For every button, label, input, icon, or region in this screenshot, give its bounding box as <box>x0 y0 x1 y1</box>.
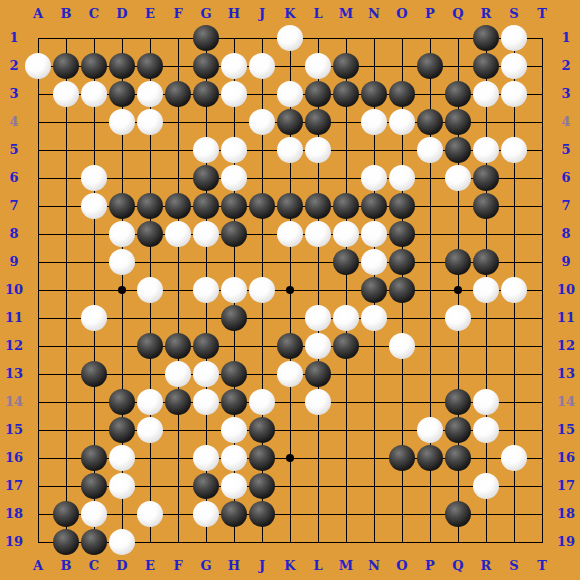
intersection-G13[interactable] <box>192 360 220 388</box>
intersection-C8[interactable] <box>80 220 108 248</box>
intersection-E18[interactable] <box>136 500 164 528</box>
intersection-M3[interactable] <box>332 80 360 108</box>
intersection-O3[interactable] <box>388 80 416 108</box>
intersection-N16[interactable] <box>360 444 388 472</box>
intersection-A13[interactable] <box>24 360 52 388</box>
intersection-S1[interactable] <box>500 24 528 52</box>
intersection-J7[interactable] <box>248 192 276 220</box>
intersection-K16[interactable] <box>276 444 304 472</box>
intersection-D14[interactable] <box>108 388 136 416</box>
intersection-Q9[interactable] <box>444 248 472 276</box>
intersection-K1[interactable] <box>276 24 304 52</box>
intersection-C10[interactable] <box>80 276 108 304</box>
intersection-C12[interactable] <box>80 332 108 360</box>
intersection-L1[interactable] <box>304 24 332 52</box>
intersection-P10[interactable] <box>416 276 444 304</box>
intersection-E2[interactable] <box>136 52 164 80</box>
intersection-J15[interactable] <box>248 416 276 444</box>
intersection-B1[interactable] <box>52 24 80 52</box>
intersection-E11[interactable] <box>136 304 164 332</box>
intersection-K15[interactable] <box>276 416 304 444</box>
intersection-N10[interactable] <box>360 276 388 304</box>
intersection-R13[interactable] <box>472 360 500 388</box>
intersection-G4[interactable] <box>192 108 220 136</box>
intersection-N2[interactable] <box>360 52 388 80</box>
intersection-R3[interactable] <box>472 80 500 108</box>
intersection-K5[interactable] <box>276 136 304 164</box>
intersection-F3[interactable] <box>164 80 192 108</box>
intersection-B8[interactable] <box>52 220 80 248</box>
intersection-S3[interactable] <box>500 80 528 108</box>
intersection-H18[interactable] <box>220 500 248 528</box>
intersection-N3[interactable] <box>360 80 388 108</box>
intersection-N11[interactable] <box>360 304 388 332</box>
intersection-J11[interactable] <box>248 304 276 332</box>
intersection-R12[interactable] <box>472 332 500 360</box>
intersection-G2[interactable] <box>192 52 220 80</box>
intersection-H3[interactable] <box>220 80 248 108</box>
intersection-Q16[interactable] <box>444 444 472 472</box>
intersection-A6[interactable] <box>24 164 52 192</box>
intersection-L10[interactable] <box>304 276 332 304</box>
intersection-G3[interactable] <box>192 80 220 108</box>
intersection-M13[interactable] <box>332 360 360 388</box>
intersection-J14[interactable] <box>248 388 276 416</box>
intersection-Q1[interactable] <box>444 24 472 52</box>
intersection-M15[interactable] <box>332 416 360 444</box>
intersection-O14[interactable] <box>388 388 416 416</box>
intersection-N17[interactable] <box>360 472 388 500</box>
intersection-H4[interactable] <box>220 108 248 136</box>
intersection-O8[interactable] <box>388 220 416 248</box>
intersection-Q12[interactable] <box>444 332 472 360</box>
intersection-B12[interactable] <box>52 332 80 360</box>
intersection-H1[interactable] <box>220 24 248 52</box>
intersection-M11[interactable] <box>332 304 360 332</box>
intersection-L15[interactable] <box>304 416 332 444</box>
intersection-P16[interactable] <box>416 444 444 472</box>
intersection-K10[interactable] <box>276 276 304 304</box>
intersection-P11[interactable] <box>416 304 444 332</box>
intersection-P12[interactable] <box>416 332 444 360</box>
intersection-L7[interactable] <box>304 192 332 220</box>
intersection-Q11[interactable] <box>444 304 472 332</box>
intersection-K6[interactable] <box>276 164 304 192</box>
intersection-L4[interactable] <box>304 108 332 136</box>
intersection-C9[interactable] <box>80 248 108 276</box>
intersection-A17[interactable] <box>24 472 52 500</box>
intersection-M14[interactable] <box>332 388 360 416</box>
intersection-J18[interactable] <box>248 500 276 528</box>
intersection-M6[interactable] <box>332 164 360 192</box>
intersection-C11[interactable] <box>80 304 108 332</box>
intersection-B9[interactable] <box>52 248 80 276</box>
intersection-F12[interactable] <box>164 332 192 360</box>
intersection-D5[interactable] <box>108 136 136 164</box>
intersection-D17[interactable] <box>108 472 136 500</box>
intersection-B18[interactable] <box>52 500 80 528</box>
intersection-G8[interactable] <box>192 220 220 248</box>
intersection-N7[interactable] <box>360 192 388 220</box>
intersection-M1[interactable] <box>332 24 360 52</box>
intersection-S7[interactable] <box>500 192 528 220</box>
intersection-G15[interactable] <box>192 416 220 444</box>
intersection-A10[interactable] <box>24 276 52 304</box>
intersection-E7[interactable] <box>136 192 164 220</box>
intersection-P6[interactable] <box>416 164 444 192</box>
intersection-S15[interactable] <box>500 416 528 444</box>
intersection-C18[interactable] <box>80 500 108 528</box>
intersection-P4[interactable] <box>416 108 444 136</box>
intersection-A15[interactable] <box>24 416 52 444</box>
intersection-D10[interactable] <box>108 276 136 304</box>
intersection-M18[interactable] <box>332 500 360 528</box>
intersection-H2[interactable] <box>220 52 248 80</box>
intersection-H11[interactable] <box>220 304 248 332</box>
intersection-N8[interactable] <box>360 220 388 248</box>
intersection-C13[interactable] <box>80 360 108 388</box>
intersection-B10[interactable] <box>52 276 80 304</box>
intersection-O9[interactable] <box>388 248 416 276</box>
intersection-G12[interactable] <box>192 332 220 360</box>
intersection-S14[interactable] <box>500 388 528 416</box>
intersection-B15[interactable] <box>52 416 80 444</box>
intersection-H14[interactable] <box>220 388 248 416</box>
intersection-E12[interactable] <box>136 332 164 360</box>
intersection-E14[interactable] <box>136 388 164 416</box>
intersection-J12[interactable] <box>248 332 276 360</box>
intersection-P17[interactable] <box>416 472 444 500</box>
intersection-D18[interactable] <box>108 500 136 528</box>
intersection-H17[interactable] <box>220 472 248 500</box>
intersection-D2[interactable] <box>108 52 136 80</box>
intersection-R15[interactable] <box>472 416 500 444</box>
intersection-C6[interactable] <box>80 164 108 192</box>
intersection-N4[interactable] <box>360 108 388 136</box>
intersection-H8[interactable] <box>220 220 248 248</box>
intersection-F17[interactable] <box>164 472 192 500</box>
intersection-R10[interactable] <box>472 276 500 304</box>
intersection-F8[interactable] <box>164 220 192 248</box>
intersection-L18[interactable] <box>304 500 332 528</box>
intersection-H10[interactable] <box>220 276 248 304</box>
intersection-E13[interactable] <box>136 360 164 388</box>
intersection-P15[interactable] <box>416 416 444 444</box>
intersection-N6[interactable] <box>360 164 388 192</box>
intersection-B2[interactable] <box>52 52 80 80</box>
intersection-O12[interactable] <box>388 332 416 360</box>
intersection-B7[interactable] <box>52 192 80 220</box>
intersection-K12[interactable] <box>276 332 304 360</box>
intersection-H12[interactable] <box>220 332 248 360</box>
intersection-J1[interactable] <box>248 24 276 52</box>
intersection-K14[interactable] <box>276 388 304 416</box>
intersection-H13[interactable] <box>220 360 248 388</box>
intersection-O11[interactable] <box>388 304 416 332</box>
intersection-F4[interactable] <box>164 108 192 136</box>
intersection-E5[interactable] <box>136 136 164 164</box>
intersection-S16[interactable] <box>500 444 528 472</box>
intersection-K7[interactable] <box>276 192 304 220</box>
intersection-L5[interactable] <box>304 136 332 164</box>
intersection-G1[interactable] <box>192 24 220 52</box>
intersection-F9[interactable] <box>164 248 192 276</box>
intersection-C16[interactable] <box>80 444 108 472</box>
intersection-H5[interactable] <box>220 136 248 164</box>
intersection-C14[interactable] <box>80 388 108 416</box>
intersection-M4[interactable] <box>332 108 360 136</box>
intersection-L12[interactable] <box>304 332 332 360</box>
intersection-M16[interactable] <box>332 444 360 472</box>
intersection-F11[interactable] <box>164 304 192 332</box>
intersection-P8[interactable] <box>416 220 444 248</box>
intersection-J13[interactable] <box>248 360 276 388</box>
intersection-A8[interactable] <box>24 220 52 248</box>
intersection-H7[interactable] <box>220 192 248 220</box>
intersection-M10[interactable] <box>332 276 360 304</box>
intersection-R18[interactable] <box>472 500 500 528</box>
intersection-G18[interactable] <box>192 500 220 528</box>
intersection-A3[interactable] <box>24 80 52 108</box>
intersection-B3[interactable] <box>52 80 80 108</box>
intersection-C1[interactable] <box>80 24 108 52</box>
intersection-B17[interactable] <box>52 472 80 500</box>
intersection-M2[interactable] <box>332 52 360 80</box>
intersection-F16[interactable] <box>164 444 192 472</box>
intersection-A14[interactable] <box>24 388 52 416</box>
intersection-K2[interactable] <box>276 52 304 80</box>
intersection-D13[interactable] <box>108 360 136 388</box>
intersection-O15[interactable] <box>388 416 416 444</box>
intersection-O4[interactable] <box>388 108 416 136</box>
intersection-H15[interactable] <box>220 416 248 444</box>
intersection-S10[interactable] <box>500 276 528 304</box>
intersection-F7[interactable] <box>164 192 192 220</box>
intersection-D1[interactable] <box>108 24 136 52</box>
intersection-P3[interactable] <box>416 80 444 108</box>
intersection-G6[interactable] <box>192 164 220 192</box>
intersection-F18[interactable] <box>164 500 192 528</box>
intersection-K17[interactable] <box>276 472 304 500</box>
intersection-L11[interactable] <box>304 304 332 332</box>
intersection-N1[interactable] <box>360 24 388 52</box>
intersection-B6[interactable] <box>52 164 80 192</box>
intersection-P14[interactable] <box>416 388 444 416</box>
intersection-G7[interactable] <box>192 192 220 220</box>
intersection-D3[interactable] <box>108 80 136 108</box>
intersection-A16[interactable] <box>24 444 52 472</box>
intersection-P13[interactable] <box>416 360 444 388</box>
intersection-O16[interactable] <box>388 444 416 472</box>
intersection-E6[interactable] <box>136 164 164 192</box>
intersection-R16[interactable] <box>472 444 500 472</box>
intersection-D8[interactable] <box>108 220 136 248</box>
intersection-K8[interactable] <box>276 220 304 248</box>
intersection-Q2[interactable] <box>444 52 472 80</box>
intersection-D15[interactable] <box>108 416 136 444</box>
intersection-B11[interactable] <box>52 304 80 332</box>
intersection-E15[interactable] <box>136 416 164 444</box>
intersection-S12[interactable] <box>500 332 528 360</box>
intersection-R17[interactable] <box>472 472 500 500</box>
intersection-J3[interactable] <box>248 80 276 108</box>
intersection-K18[interactable] <box>276 500 304 528</box>
intersection-H16[interactable] <box>220 444 248 472</box>
intersection-O13[interactable] <box>388 360 416 388</box>
intersection-D6[interactable] <box>108 164 136 192</box>
intersection-B14[interactable] <box>52 388 80 416</box>
intersection-J9[interactable] <box>248 248 276 276</box>
intersection-E3[interactable] <box>136 80 164 108</box>
intersection-Q10[interactable] <box>444 276 472 304</box>
intersection-C4[interactable] <box>80 108 108 136</box>
intersection-A4[interactable] <box>24 108 52 136</box>
intersection-A5[interactable] <box>24 136 52 164</box>
intersection-S5[interactable] <box>500 136 528 164</box>
intersection-D11[interactable] <box>108 304 136 332</box>
intersection-L14[interactable] <box>304 388 332 416</box>
intersection-M12[interactable] <box>332 332 360 360</box>
intersection-D12[interactable] <box>108 332 136 360</box>
intersection-S2[interactable] <box>500 52 528 80</box>
intersection-S8[interactable] <box>500 220 528 248</box>
intersection-Q3[interactable] <box>444 80 472 108</box>
intersection-S17[interactable] <box>500 472 528 500</box>
intersection-P5[interactable] <box>416 136 444 164</box>
intersection-L13[interactable] <box>304 360 332 388</box>
intersection-Q14[interactable] <box>444 388 472 416</box>
intersection-R1[interactable] <box>472 24 500 52</box>
intersection-J8[interactable] <box>248 220 276 248</box>
intersection-J17[interactable] <box>248 472 276 500</box>
intersection-M8[interactable] <box>332 220 360 248</box>
intersection-G5[interactable] <box>192 136 220 164</box>
intersection-F2[interactable] <box>164 52 192 80</box>
intersection-L2[interactable] <box>304 52 332 80</box>
intersection-J5[interactable] <box>248 136 276 164</box>
intersection-D16[interactable] <box>108 444 136 472</box>
intersection-S11[interactable] <box>500 304 528 332</box>
intersection-K11[interactable] <box>276 304 304 332</box>
intersection-Q4[interactable] <box>444 108 472 136</box>
intersection-K13[interactable] <box>276 360 304 388</box>
intersection-L8[interactable] <box>304 220 332 248</box>
intersection-G14[interactable] <box>192 388 220 416</box>
intersection-B13[interactable] <box>52 360 80 388</box>
intersection-N12[interactable] <box>360 332 388 360</box>
intersection-N14[interactable] <box>360 388 388 416</box>
intersection-S6[interactable] <box>500 164 528 192</box>
intersection-P18[interactable] <box>416 500 444 528</box>
intersection-N5[interactable] <box>360 136 388 164</box>
intersection-Q8[interactable] <box>444 220 472 248</box>
intersection-K9[interactable] <box>276 248 304 276</box>
intersection-R6[interactable] <box>472 164 500 192</box>
intersection-N9[interactable] <box>360 248 388 276</box>
intersection-B4[interactable] <box>52 108 80 136</box>
intersection-G16[interactable] <box>192 444 220 472</box>
intersection-E8[interactable] <box>136 220 164 248</box>
intersection-J2[interactable] <box>248 52 276 80</box>
intersection-O17[interactable] <box>388 472 416 500</box>
intersection-N15[interactable] <box>360 416 388 444</box>
intersection-F6[interactable] <box>164 164 192 192</box>
intersection-N18[interactable] <box>360 500 388 528</box>
intersection-P2[interactable] <box>416 52 444 80</box>
intersection-A11[interactable] <box>24 304 52 332</box>
intersection-C5[interactable] <box>80 136 108 164</box>
intersection-F1[interactable] <box>164 24 192 52</box>
intersection-O10[interactable] <box>388 276 416 304</box>
intersection-Q13[interactable] <box>444 360 472 388</box>
intersection-K4[interactable] <box>276 108 304 136</box>
intersection-Q15[interactable] <box>444 416 472 444</box>
intersection-C3[interactable] <box>80 80 108 108</box>
intersection-J10[interactable] <box>248 276 276 304</box>
intersection-E17[interactable] <box>136 472 164 500</box>
intersection-D9[interactable] <box>108 248 136 276</box>
intersection-R9[interactable] <box>472 248 500 276</box>
intersection-S9[interactable] <box>500 248 528 276</box>
intersection-A18[interactable] <box>24 500 52 528</box>
intersection-C7[interactable] <box>80 192 108 220</box>
intersection-O1[interactable] <box>388 24 416 52</box>
intersection-Q7[interactable] <box>444 192 472 220</box>
intersection-C17[interactable] <box>80 472 108 500</box>
intersection-J16[interactable] <box>248 444 276 472</box>
intersection-J4[interactable] <box>248 108 276 136</box>
intersection-E16[interactable] <box>136 444 164 472</box>
intersection-E9[interactable] <box>136 248 164 276</box>
intersection-G10[interactable] <box>192 276 220 304</box>
intersection-F13[interactable] <box>164 360 192 388</box>
intersection-H6[interactable] <box>220 164 248 192</box>
intersection-F5[interactable] <box>164 136 192 164</box>
intersection-H9[interactable] <box>220 248 248 276</box>
intersection-D7[interactable] <box>108 192 136 220</box>
intersection-M17[interactable] <box>332 472 360 500</box>
intersection-R7[interactable] <box>472 192 500 220</box>
intersection-F15[interactable] <box>164 416 192 444</box>
intersection-Q18[interactable] <box>444 500 472 528</box>
intersection-F10[interactable] <box>164 276 192 304</box>
intersection-F14[interactable] <box>164 388 192 416</box>
intersection-O7[interactable] <box>388 192 416 220</box>
intersection-A9[interactable] <box>24 248 52 276</box>
intersection-Q6[interactable] <box>444 164 472 192</box>
intersection-M7[interactable] <box>332 192 360 220</box>
intersection-J6[interactable] <box>248 164 276 192</box>
intersection-N13[interactable] <box>360 360 388 388</box>
intersection-A1[interactable] <box>24 24 52 52</box>
intersection-S4[interactable] <box>500 108 528 136</box>
intersection-O2[interactable] <box>388 52 416 80</box>
intersection-E4[interactable] <box>136 108 164 136</box>
intersection-L17[interactable] <box>304 472 332 500</box>
intersection-O18[interactable] <box>388 500 416 528</box>
intersection-A7[interactable] <box>24 192 52 220</box>
intersection-E10[interactable] <box>136 276 164 304</box>
intersection-S13[interactable] <box>500 360 528 388</box>
intersection-R8[interactable] <box>472 220 500 248</box>
intersection-G17[interactable] <box>192 472 220 500</box>
intersection-C15[interactable] <box>80 416 108 444</box>
intersection-D4[interactable] <box>108 108 136 136</box>
intersection-R11[interactable] <box>472 304 500 332</box>
intersection-O5[interactable] <box>388 136 416 164</box>
intersection-B5[interactable] <box>52 136 80 164</box>
intersection-S18[interactable] <box>500 500 528 528</box>
